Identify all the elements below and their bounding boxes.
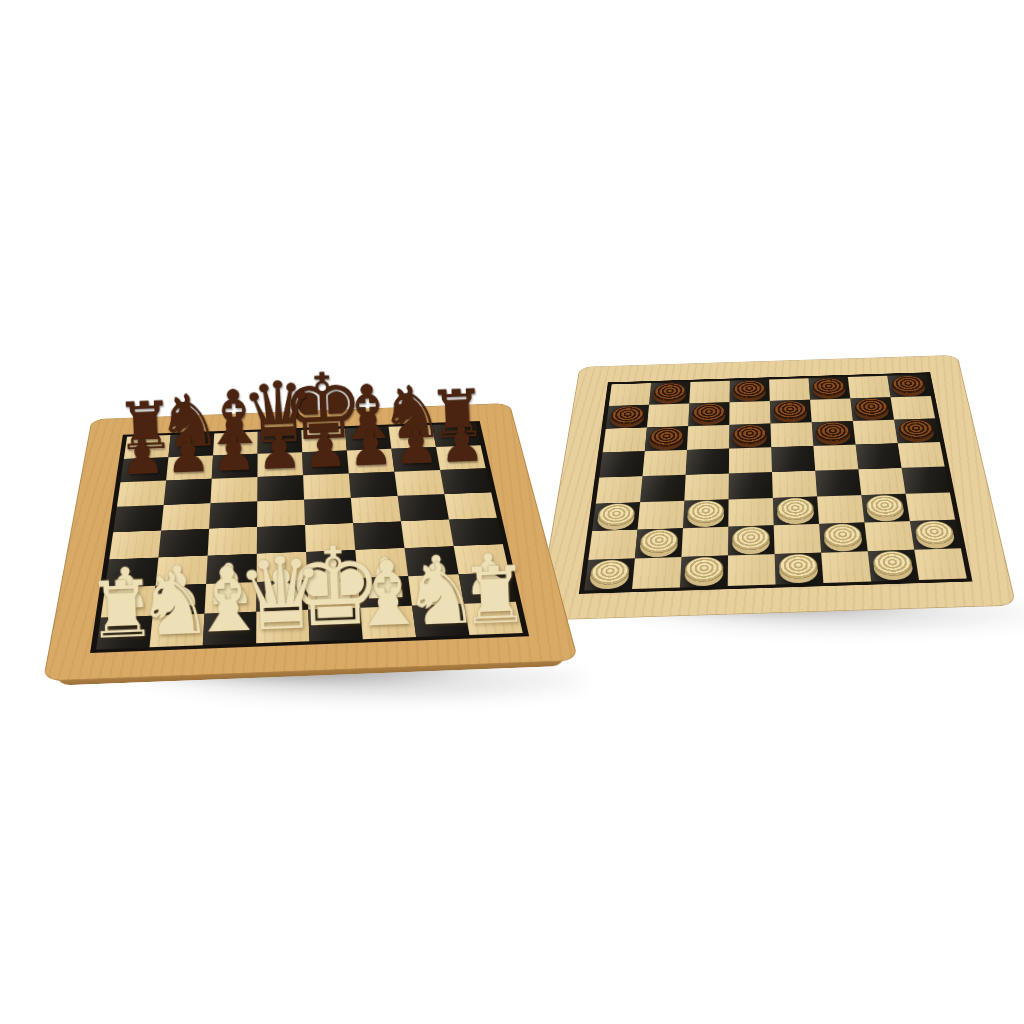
checkers-square-light-r1c7 <box>848 376 891 399</box>
checkers-square-light-r3c1 <box>603 427 647 452</box>
checkers-square-light-r5c1 <box>596 476 643 504</box>
chess-piece-dark-rook: ♜ <box>427 382 488 446</box>
checker-light-man <box>732 526 770 551</box>
checkers-square-22 <box>683 499 729 528</box>
checkers-square-4 <box>887 375 931 398</box>
chess-square-e2: ♟ <box>307 578 360 610</box>
chess-square-a2: ♟ <box>101 586 156 618</box>
checker-light-man <box>684 556 723 582</box>
chess-square-e8: ♚ <box>301 428 346 452</box>
checkers-square-6 <box>688 402 729 426</box>
checkers-square-light-r5c3 <box>684 473 729 500</box>
checkers-square-light-r2c2 <box>647 404 689 428</box>
chess-square-h4 <box>449 518 503 546</box>
chess-square-h3 <box>454 544 510 574</box>
checkers-square-28 <box>910 520 961 550</box>
checkers-square-2 <box>730 379 770 402</box>
checkers-square-light-r6c6 <box>817 495 864 524</box>
chess-square-e3 <box>306 550 358 580</box>
chess-square-d8: ♛ <box>258 430 303 454</box>
chess-square-e7: ♟ <box>302 450 349 475</box>
checker-dark-man <box>610 405 645 425</box>
chess-square-a3 <box>105 557 158 587</box>
chess-square-h7: ♟ <box>436 445 486 470</box>
checkers-board-frame <box>537 355 1017 621</box>
chess-square-b5 <box>161 503 210 530</box>
checkers-square-8 <box>850 397 894 421</box>
chess-square-f7: ♟ <box>347 449 395 474</box>
checkers-square-14 <box>686 449 729 475</box>
checkers-square-29 <box>584 559 635 591</box>
chess-square-d6 <box>257 475 304 501</box>
chess-square-h2: ♟ <box>459 572 516 604</box>
checkers-square-light-r1c5 <box>769 378 810 401</box>
checkers-square-3 <box>808 377 850 400</box>
checkers-square-light-r8c2 <box>632 557 681 589</box>
chess-square-g5 <box>398 494 449 521</box>
checkers-square-light-r4c2 <box>642 450 686 476</box>
chess-square-c5 <box>209 501 257 528</box>
checkers-square-light-r4c8 <box>898 442 945 468</box>
chess-square-g6 <box>394 470 444 496</box>
chess-piece-dark-rook: ♜ <box>115 394 176 458</box>
checkers-square-26 <box>728 525 775 555</box>
checker-light-man <box>865 495 905 518</box>
checker-dark-man <box>898 419 936 439</box>
chess-square-d3 <box>257 552 308 582</box>
checker-light-man <box>687 500 724 524</box>
checkers-square-light-r1c1 <box>609 383 651 406</box>
checkers-square-32 <box>868 550 919 582</box>
checker-light-man <box>914 520 956 545</box>
chess-square-b6 <box>164 479 212 505</box>
checkers-square-light-r7c3 <box>681 527 728 557</box>
checkers-square-light-r6c2 <box>638 501 685 530</box>
chess-square-a1: ♜ <box>96 616 152 650</box>
checker-dark-man <box>733 380 766 399</box>
checker-dark-man <box>812 378 846 397</box>
checkers-square-light-r8c6 <box>821 551 871 583</box>
chess-square-b3 <box>156 556 208 586</box>
chess-square-b8: ♞ <box>168 433 214 457</box>
checkers-square-24 <box>861 494 909 523</box>
chess-square-f2: ♟ <box>358 576 412 608</box>
chess-square-f8: ♝ <box>345 427 391 451</box>
chess-square-g8: ♞ <box>389 425 436 449</box>
checkers-square-light-r2c6 <box>810 398 853 422</box>
checkers-square-16 <box>856 443 902 469</box>
checker-light-man <box>779 553 819 579</box>
checkers-square-12 <box>894 418 940 443</box>
checkers-square-19 <box>815 469 861 496</box>
checkers-square-light-r6c8 <box>906 492 956 521</box>
checker-dark-man <box>733 424 768 444</box>
checkers-square-15 <box>771 446 815 472</box>
chess-square-c3 <box>206 554 257 584</box>
checker-dark-man <box>692 403 726 423</box>
checkers-square-light-r4c6 <box>813 445 858 471</box>
checker-dark-man <box>773 400 807 420</box>
checker-dark-man <box>653 383 687 402</box>
chess-square-d1: ♛ <box>256 610 309 643</box>
checkers-square-light-r7c7 <box>864 521 914 551</box>
checkers-grid <box>579 372 973 594</box>
chess-square-h6 <box>440 468 491 494</box>
chess-square-e6 <box>303 474 351 500</box>
chess-square-f1: ♝ <box>360 606 416 639</box>
checkers-square-20 <box>902 467 950 494</box>
checkers-square-25 <box>635 528 683 558</box>
chess-square-c4 <box>208 527 257 556</box>
chess-board-frame: ♜♞♝♛♚♝♞♜♟♟♟♟♟♟♟♟♟♟♟♟♟♟♟♟♜♞♝♛♚♝♞♜ <box>43 403 579 681</box>
chess-square-e5 <box>304 498 353 525</box>
checkers-board-unit <box>537 237 1007 707</box>
checkers-square-light-r3c3 <box>687 425 729 450</box>
checker-light-man <box>589 559 631 585</box>
chess-square-g3 <box>404 546 458 576</box>
chess-square-d5 <box>257 500 305 527</box>
chess-square-f5 <box>351 496 401 523</box>
chess-square-c6 <box>210 477 257 503</box>
checkers-square-light-r2c8 <box>891 396 936 420</box>
chess-square-a7: ♟ <box>120 457 168 482</box>
chess-square-f3 <box>355 548 408 578</box>
chess-square-b2: ♟ <box>153 584 206 616</box>
checkers-square-5 <box>606 405 649 429</box>
chess-square-e4 <box>305 523 355 552</box>
checker-light-man <box>777 497 815 521</box>
chess-square-b7: ♟ <box>166 456 213 481</box>
chess-square-a5 <box>113 505 164 532</box>
chess-square-c1: ♝ <box>203 612 257 646</box>
checkers-square-18 <box>729 472 773 499</box>
checkers-square-23 <box>773 497 819 526</box>
chess-square-e1: ♚ <box>308 608 363 641</box>
chess-square-d7: ♟ <box>257 452 303 477</box>
checkers-board-front-edge <box>548 588 1005 622</box>
checker-dark-man <box>815 422 851 442</box>
chess-square-d2: ♟ <box>256 580 308 612</box>
checkers-square-27 <box>819 522 868 552</box>
two-board-product-photo: ♜♞♝♛♚♝♞♜♟♟♟♟♟♟♟♟♟♟♟♟♟♟♟♟♜♞♝♛♚♝♞♜ <box>0 0 1024 1024</box>
checker-dark-man <box>854 398 890 417</box>
checkers-square-7 <box>770 400 812 424</box>
checkers-square-13 <box>599 451 644 477</box>
chess-square-c2: ♟ <box>204 582 256 614</box>
chess-board-unit: ♜♞♝♛♚♝♞♜♟♟♟♟♟♟♟♟♟♟♟♟♟♟♟♟♜♞♝♛♚♝♞♜ <box>70 290 540 760</box>
checkers-square-light-r4c4 <box>729 447 772 473</box>
chess-square-a8: ♜ <box>124 435 171 459</box>
chess-square-d4 <box>257 525 306 554</box>
checkers-square-light-r5c7 <box>858 468 905 495</box>
checkers-square-30 <box>680 556 728 588</box>
chess-square-g7: ♟ <box>391 447 440 472</box>
checker-dark-man <box>891 375 927 394</box>
checkers-square-light-r7c1 <box>588 530 637 560</box>
checkers-square-light-r8c4 <box>728 554 776 586</box>
chess-square-h1: ♜ <box>464 602 523 635</box>
checkers-square-light-r7c5 <box>774 524 821 554</box>
chess-square-a6 <box>117 481 166 507</box>
chess-square-g2: ♟ <box>408 574 464 606</box>
chess-square-a4 <box>109 531 161 560</box>
checkers-square-light-r3c5 <box>770 422 813 447</box>
checkers-square-1 <box>649 382 690 405</box>
checkers-square-light-r3c7 <box>853 420 898 445</box>
chess-square-h8: ♜ <box>432 423 481 447</box>
chess-square-f4 <box>353 521 404 550</box>
checkers-square-9 <box>645 426 688 451</box>
checkers-square-light-r1c3 <box>689 381 729 404</box>
chess-square-g1: ♞ <box>412 604 469 637</box>
checker-dark-man <box>649 427 685 447</box>
chess-board: ♜♞♝♛♚♝♞♜♟♟♟♟♟♟♟♟♟♟♟♟♟♟♟♟♜♞♝♛♚♝♞♜ <box>43 403 579 681</box>
checkers-square-11 <box>812 421 856 446</box>
chess-square-h5 <box>444 492 496 519</box>
checkers-square-light-r5c5 <box>772 471 817 498</box>
checkers-square-10 <box>729 424 771 449</box>
chess-grid: ♜♞♝♛♚♝♞♜♟♟♟♟♟♟♟♟♟♟♟♟♟♟♟♟♜♞♝♛♚♝♞♜ <box>90 421 529 653</box>
checkers-square-31 <box>775 553 824 585</box>
checker-light-man <box>597 503 636 527</box>
checker-light-man <box>872 551 914 577</box>
checkers-square-light-r6c4 <box>728 498 773 527</box>
checker-light-man <box>639 529 678 554</box>
checkers-square-21 <box>592 502 640 531</box>
checker-light-man <box>823 523 863 548</box>
checkers-square-17 <box>640 475 686 502</box>
chess-square-c7: ♟ <box>212 454 258 479</box>
checkers-board <box>537 355 1017 621</box>
checkers-square-light-r2c4 <box>729 401 770 425</box>
chess-square-c8: ♝ <box>213 432 258 456</box>
chess-square-b4 <box>158 529 209 558</box>
chess-square-f6 <box>349 472 398 498</box>
chess-square-b1: ♞ <box>149 614 204 648</box>
checkers-square-light-r8c8 <box>914 548 967 580</box>
chess-square-g4 <box>401 519 454 548</box>
